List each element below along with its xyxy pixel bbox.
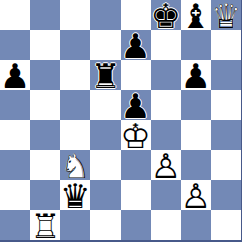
- square-f3[interactable]: ♟♙: [151, 150, 181, 180]
- square-b5[interactable]: [30, 90, 60, 120]
- piece-black-pawn[interactable]: ♟: [181, 60, 211, 90]
- square-h1[interactable]: [211, 210, 241, 240]
- piece-black-queen[interactable]: ♛: [60, 180, 90, 210]
- square-d6[interactable]: ♜: [90, 60, 120, 90]
- square-a6[interactable]: ♟: [0, 60, 30, 90]
- black-king-icon: ♚: [151, 1, 181, 31]
- square-a8[interactable]: [0, 0, 30, 30]
- white-rook-fill-icon: ♜: [30, 211, 60, 241]
- square-c3[interactable]: ♞♘: [60, 150, 90, 180]
- chess-board: ♚♝♛♕♟♟♜♟♟♚♔♞♘♟♙♛♟♙♜♖: [0, 0, 242, 242]
- black-bishop-icon: ♝: [181, 1, 211, 31]
- square-f1[interactable]: [151, 210, 181, 240]
- square-c4[interactable]: [60, 120, 90, 150]
- white-queen-fill-icon: ♛: [211, 1, 241, 31]
- square-e1[interactable]: [121, 210, 151, 240]
- square-h2[interactable]: [211, 180, 241, 210]
- piece-white-pawn[interactable]: ♟♙: [151, 150, 181, 180]
- square-h7[interactable]: [211, 30, 241, 60]
- white-pawn-icon: ♙: [181, 181, 211, 211]
- square-b7[interactable]: [30, 30, 60, 60]
- square-f6[interactable]: [151, 60, 181, 90]
- square-a3[interactable]: [0, 150, 30, 180]
- square-d4[interactable]: [90, 120, 120, 150]
- square-b6[interactable]: [30, 60, 60, 90]
- square-c8[interactable]: [60, 0, 90, 30]
- square-c7[interactable]: [60, 30, 90, 60]
- square-e2[interactable]: [121, 180, 151, 210]
- piece-black-king[interactable]: ♚: [151, 0, 181, 30]
- white-queen-icon: ♕: [211, 1, 241, 31]
- square-h5[interactable]: [211, 90, 241, 120]
- white-knight-fill-icon: ♞: [60, 151, 90, 181]
- square-b4[interactable]: [30, 120, 60, 150]
- square-h6[interactable]: [211, 60, 241, 90]
- square-f8[interactable]: ♚: [151, 0, 181, 30]
- piece-white-king[interactable]: ♚♔: [121, 120, 151, 150]
- white-knight-icon: ♘: [60, 151, 90, 181]
- square-e8[interactable]: [121, 0, 151, 30]
- square-f5[interactable]: [151, 90, 181, 120]
- piece-black-pawn[interactable]: ♟: [0, 60, 30, 90]
- square-a1[interactable]: [0, 210, 30, 240]
- square-h8[interactable]: ♛♕: [211, 0, 241, 30]
- square-g2[interactable]: ♟♙: [181, 180, 211, 210]
- square-f7[interactable]: [151, 30, 181, 60]
- square-d5[interactable]: [90, 90, 120, 120]
- square-h4[interactable]: [211, 120, 241, 150]
- black-pawn-icon: ♟: [0, 61, 30, 91]
- piece-white-pawn[interactable]: ♟♙: [181, 180, 211, 210]
- white-king-fill-icon: ♚: [121, 121, 151, 151]
- square-a2[interactable]: [0, 180, 30, 210]
- piece-black-pawn[interactable]: ♟: [121, 90, 151, 120]
- square-e3[interactable]: [121, 150, 151, 180]
- square-e6[interactable]: [121, 60, 151, 90]
- piece-black-rook[interactable]: ♜: [90, 60, 120, 90]
- piece-black-bishop[interactable]: ♝: [181, 0, 211, 30]
- square-d7[interactable]: [90, 30, 120, 60]
- black-queen-icon: ♛: [60, 181, 90, 211]
- square-e5[interactable]: ♟: [121, 90, 151, 120]
- square-g4[interactable]: [181, 120, 211, 150]
- square-b2[interactable]: [30, 180, 60, 210]
- square-f4[interactable]: [151, 120, 181, 150]
- square-b3[interactable]: [30, 150, 60, 180]
- square-a5[interactable]: [0, 90, 30, 120]
- square-c6[interactable]: [60, 60, 90, 90]
- square-c5[interactable]: [60, 90, 90, 120]
- piece-white-knight[interactable]: ♞♘: [60, 150, 90, 180]
- square-g3[interactable]: [181, 150, 211, 180]
- square-c1[interactable]: [60, 210, 90, 240]
- square-a7[interactable]: [0, 30, 30, 60]
- piece-white-rook[interactable]: ♜♖: [30, 210, 60, 240]
- square-g7[interactable]: [181, 30, 211, 60]
- white-rook-icon: ♖: [30, 211, 60, 241]
- square-g5[interactable]: [181, 90, 211, 120]
- piece-white-queen[interactable]: ♛♕: [211, 0, 241, 30]
- black-pawn-icon: ♟: [121, 91, 151, 121]
- white-pawn-fill-icon: ♟: [151, 151, 181, 181]
- black-pawn-icon: ♟: [181, 61, 211, 91]
- black-pawn-icon: ♟: [121, 31, 151, 61]
- square-d1[interactable]: [90, 210, 120, 240]
- square-a4[interactable]: [0, 120, 30, 150]
- square-g6[interactable]: ♟: [181, 60, 211, 90]
- piece-black-pawn[interactable]: ♟: [121, 30, 151, 60]
- square-b1[interactable]: ♜♖: [30, 210, 60, 240]
- square-h3[interactable]: [211, 150, 241, 180]
- square-d2[interactable]: [90, 180, 120, 210]
- square-g8[interactable]: ♝: [181, 0, 211, 30]
- square-d3[interactable]: [90, 150, 120, 180]
- square-e7[interactable]: ♟: [121, 30, 151, 60]
- square-d8[interactable]: [90, 0, 120, 30]
- square-g1[interactable]: [181, 210, 211, 240]
- square-f2[interactable]: [151, 180, 181, 210]
- square-c2[interactable]: ♛: [60, 180, 90, 210]
- black-rook-icon: ♜: [90, 61, 120, 91]
- square-b8[interactable]: [30, 0, 60, 30]
- square-e4[interactable]: ♚♔: [121, 120, 151, 150]
- white-pawn-fill-icon: ♟: [181, 181, 211, 211]
- white-pawn-icon: ♙: [151, 151, 181, 181]
- white-king-icon: ♔: [121, 121, 151, 151]
